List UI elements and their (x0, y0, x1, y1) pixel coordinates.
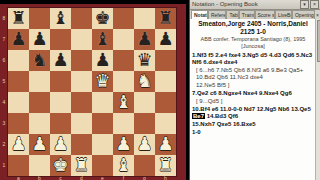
move-text[interactable]: 1.Nf3 f5 2.e4 fxe4 3.Ng5 d5 4.d3 Qd6 5.N… (192, 52, 312, 65)
square-h7[interactable]: ♟ (155, 29, 176, 50)
square-c4[interactable] (50, 92, 71, 113)
panel-title: Notation - Opening Book (192, 0, 299, 9)
notation-panel: Notation - Opening Book ▾ × NotationRefe… (189, 0, 320, 180)
move-text[interactable]: 12.Ne5 Bf5 ] (196, 82, 229, 88)
black-pawn[interactable]: ♟ (94, 50, 110, 71)
move-text[interactable]: 1-0 (192, 129, 201, 135)
rank-label-6: 6 (0, 50, 8, 71)
white-king[interactable]: ♚ (52, 155, 68, 176)
notation-content: Smeaton,Jorge 2405 - Norris,Daniel 2125 … (190, 19, 316, 180)
white-bishop[interactable]: ♝ (115, 92, 131, 113)
square-g4[interactable] (134, 92, 155, 113)
white-rook[interactable]: ♜ (157, 155, 173, 176)
square-d3[interactable] (71, 113, 92, 134)
white-pawn[interactable]: ♟ (10, 134, 26, 155)
file-label-f: f (113, 176, 134, 180)
move-line-4: 7.Qe2 c6 8.Ngxe4 Nxe4 9.Nxe4 Qg6 (192, 90, 314, 97)
game-header: Smeaton,Jorge 2405 - Norris,Daniel 2125 … (192, 20, 314, 50)
game-event: ABB confer. Temporana Santiago (8), 1995… (192, 36, 314, 50)
panel-titlebar: Notation - Opening Book ▾ × (190, 0, 320, 10)
square-e4[interactable] (92, 92, 113, 113)
selected-move[interactable]: Be7 (192, 113, 205, 119)
file-label-h: h (155, 176, 176, 180)
square-b2[interactable]: ♟ (29, 134, 50, 155)
square-g5[interactable]: ♞ (134, 71, 155, 92)
move-line-3: 12.Ne5 Bf5 ] (192, 82, 314, 89)
square-c2[interactable]: ♟ (50, 134, 71, 155)
tab-table[interactable]: Table (226, 10, 238, 19)
black-pawn[interactable]: ♟ (10, 29, 26, 50)
square-h3[interactable] (155, 113, 176, 134)
square-b5[interactable] (29, 71, 50, 92)
move-line-6: 10.Bf4 e6 11.0-0-0 Nd7 12.Ng5 Nb6 13.Qe5… (192, 106, 314, 120)
square-d4[interactable] (71, 92, 92, 113)
board-grid: ♜♝♚♜♟♟♝♟♟♞♟♟♛♛♞♝♟♟♟♟♟♟♚♜♝♜ (8, 8, 176, 176)
square-d7[interactable] (71, 29, 92, 50)
game-result: 1-0 (192, 129, 314, 136)
square-c7[interactable] (50, 29, 71, 50)
black-knight[interactable]: ♞ (31, 50, 47, 71)
square-f1[interactable]: ♝ (113, 155, 134, 176)
square-f7[interactable] (113, 29, 134, 50)
square-g3[interactable] (134, 113, 155, 134)
square-e8[interactable]: ♚ (92, 8, 113, 29)
square-c6[interactable]: ♟ (50, 50, 71, 71)
square-e1[interactable] (92, 155, 113, 176)
file-label-g: g (134, 176, 155, 180)
square-d8[interactable] (71, 8, 92, 29)
white-pawn[interactable]: ♟ (52, 134, 68, 155)
rank-label-5: 5 (0, 71, 8, 92)
tab-livebook[interactable]: LiveBook (275, 10, 292, 19)
move-text[interactable]: [ 6...h6 7.Nb5 Qb6 8.Nf3 a6 9.Be3 Qa5+ 1… (196, 67, 303, 80)
square-d5[interactable] (71, 71, 92, 92)
tab-training[interactable]: Training (239, 10, 255, 19)
square-a7[interactable]: ♟ (8, 29, 29, 50)
black-pawn[interactable]: ♟ (52, 50, 68, 71)
square-b6[interactable]: ♞ (29, 50, 50, 71)
square-a4[interactable] (8, 92, 29, 113)
square-h8[interactable]: ♜ (155, 8, 176, 29)
rank-label-7: 7 (0, 29, 8, 50)
square-b1[interactable] (29, 155, 50, 176)
square-a6[interactable] (8, 50, 29, 71)
file-label-e: e (92, 176, 113, 180)
square-b3[interactable] (29, 113, 50, 134)
black-rook[interactable]: ♜ (10, 8, 26, 29)
square-d2[interactable] (71, 134, 92, 155)
black-pawn[interactable]: ♟ (31, 29, 47, 50)
square-c8[interactable]: ♝ (50, 8, 71, 29)
square-b8[interactable] (29, 8, 50, 29)
board-window: 87654321 ♜♝♚♜♟♟♝♟♟♞♟♟♛♛♞♝♟♟♟♟♟♟♚♜♝♜ abcd… (0, 4, 186, 180)
move-list: 1.Nf3 f5 2.e4 fxe4 3.Ng5 d5 4.d3 Qd6 5.N… (192, 52, 314, 136)
white-rook[interactable]: ♜ (73, 155, 89, 176)
scrollbar-thumb[interactable] (317, 20, 320, 62)
square-a3[interactable] (8, 113, 29, 134)
move-line-1: 1.Nf3 f5 2.e4 fxe4 3.Ng5 d5 4.d3 Qd6 5.N… (192, 52, 314, 66)
black-queen[interactable]: ♛ (136, 50, 152, 71)
square-a8[interactable]: ♜ (8, 8, 29, 29)
scrollbar[interactable] (315, 19, 320, 180)
black-rook[interactable]: ♜ (157, 8, 173, 29)
white-pawn[interactable]: ♟ (115, 134, 131, 155)
minimize-button[interactable]: ▾ (300, 0, 309, 9)
rank-label-4: 4 (0, 92, 8, 113)
rank-label-8: 8 (0, 8, 8, 29)
square-e7[interactable]: ♝ (92, 29, 113, 50)
square-e5[interactable]: ♛ (92, 71, 113, 92)
black-bishop[interactable]: ♝ (52, 8, 68, 29)
square-f8[interactable] (113, 8, 134, 29)
move-text[interactable]: 7.Qe2 c6 8.Ngxe4 Nxe4 9.Nxe4 Qg6 (192, 90, 292, 96)
square-f6[interactable] (113, 50, 134, 71)
square-f5[interactable] (113, 71, 134, 92)
black-pawn[interactable]: ♟ (136, 29, 152, 50)
square-c5[interactable] (50, 71, 71, 92)
square-e6[interactable]: ♟ (92, 50, 113, 71)
white-bishop[interactable]: ♝ (115, 155, 131, 176)
square-f4[interactable]: ♝ (113, 92, 134, 113)
square-e3[interactable] (92, 113, 113, 134)
move-line-2: [ 6...h6 7.Nb5 Qb6 8.Nf3 a6 9.Be3 Qa5+ 1… (192, 67, 314, 81)
square-h4[interactable] (155, 92, 176, 113)
black-pawn[interactable]: ♟ (157, 29, 173, 50)
square-f3[interactable] (113, 113, 134, 134)
square-h1[interactable]: ♜ (155, 155, 176, 176)
square-a1[interactable] (8, 155, 29, 176)
tab-opening-book[interactable]: Opening Book (292, 10, 315, 19)
game-players: Smeaton,Jorge 2405 - Norris,Daniel 2125 … (192, 20, 314, 36)
close-button[interactable]: × (310, 0, 319, 9)
square-a5[interactable] (8, 71, 29, 92)
move-text[interactable]: 14.Bd3 Qf6 (205, 113, 238, 119)
square-d6[interactable] (71, 50, 92, 71)
square-c3[interactable] (50, 113, 71, 134)
file-label-b: b (29, 176, 50, 180)
square-c1[interactable]: ♚ (50, 155, 71, 176)
tab-bar-close-icon[interactable]: × (315, 11, 320, 19)
white-pawn[interactable]: ♟ (136, 134, 152, 155)
white-knight[interactable]: ♞ (136, 71, 152, 92)
square-d1[interactable]: ♜ (71, 155, 92, 176)
square-h5[interactable] (155, 71, 176, 92)
white-pawn[interactable]: ♟ (157, 134, 173, 155)
tab-reference[interactable]: Reference (208, 10, 226, 19)
tab-score-sheet[interactable]: Score sheet (255, 10, 275, 19)
rank-label-1: 1 (0, 155, 8, 176)
square-g8[interactable] (134, 8, 155, 29)
square-b7[interactable]: ♟ (29, 29, 50, 50)
white-queen[interactable]: ♛ (94, 71, 110, 92)
tab-notation[interactable]: Notation (191, 10, 208, 19)
move-text[interactable]: 10.Bf4 e6 11.0-0-0 Nd7 12.Ng5 Nb6 13.Qe5 (192, 106, 311, 112)
move-text[interactable]: [ 9...Qd5 ] (196, 98, 222, 104)
move-text[interactable]: 15.Nxh7 Qxe5 16.Bxe5 (192, 121, 256, 127)
square-g1[interactable] (134, 155, 155, 176)
file-label-c: c (50, 176, 71, 180)
square-h2[interactable]: ♟ (155, 134, 176, 155)
square-b4[interactable] (29, 92, 50, 113)
square-g7[interactable]: ♟ (134, 29, 155, 50)
move-line-5: [ 9...Qd5 ] (192, 98, 314, 105)
move-line-7: 15.Nxh7 Qxe5 16.Bxe5 (192, 121, 314, 128)
file-labels: abcdefgh (8, 176, 176, 180)
white-pawn[interactable]: ♟ (31, 134, 47, 155)
square-a2[interactable]: ♟ (8, 134, 29, 155)
rank-label-3: 3 (0, 113, 8, 134)
square-e2[interactable] (92, 134, 113, 155)
square-f2[interactable]: ♟ (113, 134, 134, 155)
black-king[interactable]: ♚ (94, 8, 110, 29)
file-label-d: d (71, 176, 92, 180)
file-label-a: a (8, 176, 29, 180)
square-g2[interactable]: ♟ (134, 134, 155, 155)
rank-labels: 87654321 (0, 8, 8, 176)
square-h6[interactable] (155, 50, 176, 71)
rank-label-2: 2 (0, 134, 8, 155)
black-bishop[interactable]: ♝ (94, 29, 110, 50)
square-g6[interactable]: ♛ (134, 50, 155, 71)
